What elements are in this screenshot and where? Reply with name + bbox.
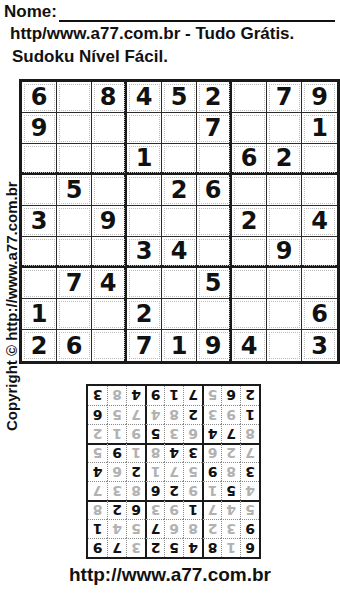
puzzle-cell-r9c5: 1 <box>162 330 197 361</box>
solution-cell-r4c4: 9 <box>183 481 202 500</box>
solution-cell-r3c8: 2 <box>107 500 126 519</box>
solution-cell-r5c1: 3 <box>240 462 259 481</box>
solution-cell-r5c8: 6 <box>107 462 126 481</box>
solution-cell-r9c5: 1 <box>164 386 183 405</box>
puzzle-cell-r9c6: 9 <box>197 330 232 361</box>
solution-cell-r1c2: 1 <box>221 538 240 557</box>
puzzle-cell-r7c2: 7 <box>57 268 92 299</box>
puzzle-cell-r6c9[interactable] <box>302 237 337 268</box>
solution-cell-r4c5: 2 <box>164 481 183 500</box>
solution-cell-r7c6: 5 <box>145 424 164 443</box>
solution-cell-r6c7: 1 <box>126 443 145 462</box>
solution-cell-r8c1: 1 <box>240 405 259 424</box>
puzzle-cell-r8c3[interactable] <box>92 299 127 330</box>
solution-cell-r9c1: 2 <box>240 386 259 405</box>
puzzle-cell-r9c3[interactable] <box>92 330 127 361</box>
solution-cell-r1c1: 6 <box>240 538 259 557</box>
solution-cell-r8c9: 6 <box>88 405 107 424</box>
puzzle-cell-r8c6[interactable] <box>197 299 232 330</box>
solution-cell-r3c2: 4 <box>221 500 240 519</box>
puzzle-cell-r5c8[interactable] <box>267 206 302 237</box>
puzzle-cell-r1c8: 7 <box>267 82 302 113</box>
puzzle-cell-r3c4: 1 <box>127 144 162 175</box>
solution-cell-r4c2: 5 <box>221 481 240 500</box>
solution-cell-r2c1: 9 <box>240 519 259 538</box>
puzzle-cell-r8c4: 2 <box>127 299 162 330</box>
solution-cell-r8c8: 5 <box>107 405 126 424</box>
puzzle-cell-r6c8: 9 <box>267 237 302 268</box>
solution-board: 6184523799328675415471936284519268373895… <box>86 384 261 559</box>
solution-cell-r8c3: 3 <box>202 405 221 424</box>
puzzle-cell-r7c5[interactable] <box>162 268 197 299</box>
puzzle-cell-r4c5: 2 <box>162 175 197 206</box>
solution-cell-r6c6: 8 <box>145 443 164 462</box>
solution-cell-r3c5: 9 <box>164 500 183 519</box>
solution-cell-r9c4: 7 <box>183 386 202 405</box>
site-tagline: http/www.a77.com.br - Tudo Grátis. <box>10 24 294 44</box>
puzzle-cell-r9c4: 7 <box>127 330 162 361</box>
page-title: Sudoku Nível Fácil. <box>12 47 168 67</box>
puzzle-cell-r9c7: 4 <box>232 330 267 361</box>
puzzle-cell-r8c2[interactable] <box>57 299 92 330</box>
puzzle-cell-r7c3: 4 <box>92 268 127 299</box>
solution-cell-r8c4: 2 <box>183 405 202 424</box>
puzzle-cell-r8c1: 1 <box>22 299 57 330</box>
puzzle-cell-r5c2[interactable] <box>57 206 92 237</box>
solution-cell-r7c1: 8 <box>240 424 259 443</box>
puzzle-cell-r8c7[interactable] <box>232 299 267 330</box>
solution-cell-r3c1: 5 <box>240 500 259 519</box>
solution-cell-r8c6: 4 <box>145 405 164 424</box>
puzzle-cell-r2c4[interactable] <box>127 113 162 144</box>
solution-cell-r7c2: 7 <box>221 424 240 443</box>
solution-cell-r2c2: 3 <box>221 519 240 538</box>
solution-cell-r9c7: 4 <box>126 386 145 405</box>
solution-cell-r5c5: 7 <box>164 462 183 481</box>
solution-cell-r3c4: 1 <box>183 500 202 519</box>
puzzle-cell-r7c8[interactable] <box>267 268 302 299</box>
puzzle-cell-r1c4: 4 <box>127 82 162 113</box>
puzzle-cell-r2c2[interactable] <box>57 113 92 144</box>
solution-cell-r5c7: 2 <box>126 462 145 481</box>
puzzle-cell-r6c5: 4 <box>162 237 197 268</box>
puzzle-cell-r1c7[interactable] <box>232 82 267 113</box>
solution-cell-r2c8: 4 <box>107 519 126 538</box>
solution-cell-r6c1: 7 <box>240 443 259 462</box>
solution-cell-r6c9: 5 <box>88 443 107 462</box>
puzzle-cell-r4c8[interactable] <box>267 175 302 206</box>
solution-cell-r2c9: 1 <box>88 519 107 538</box>
puzzle-cell-r9c8[interactable] <box>267 330 302 361</box>
solution-cell-r3c3: 7 <box>202 500 221 519</box>
puzzle-cell-r1c6: 2 <box>197 82 232 113</box>
puzzle-cell-r8c9: 6 <box>302 299 337 330</box>
solution-cell-r2c6: 7 <box>145 519 164 538</box>
puzzle-cell-r8c5[interactable] <box>162 299 197 330</box>
puzzle-cell-r6c2[interactable] <box>57 237 92 268</box>
puzzle-cell-r2c5[interactable] <box>162 113 197 144</box>
puzzle-cell-r6c3[interactable] <box>92 237 127 268</box>
sudoku-sheet: Nome: http/www.a77.com.br - Tudo Grátis.… <box>0 0 340 596</box>
puzzle-cell-r7c4[interactable] <box>127 268 162 299</box>
puzzle-cell-r3c5[interactable] <box>162 144 197 175</box>
puzzle-cell-r4c2: 5 <box>57 175 92 206</box>
solution-cell-r7c3: 4 <box>202 424 221 443</box>
puzzle-cell-r9c1: 2 <box>22 330 57 361</box>
puzzle-cell-r6c4: 3 <box>127 237 162 268</box>
puzzle-board: 684527997116252639243497451262671943 <box>19 79 340 364</box>
solution-cell-r5c3: 9 <box>202 462 221 481</box>
puzzle-cell-r3c3[interactable] <box>92 144 127 175</box>
puzzle-cell-r4c9[interactable] <box>302 175 337 206</box>
solution-cell-r7c9: 2 <box>88 424 107 443</box>
puzzle-cell-r2c3[interactable] <box>92 113 127 144</box>
puzzle-cell-r4c6: 6 <box>197 175 232 206</box>
puzzle-cell-r7c1[interactable] <box>22 268 57 299</box>
solution-cell-r8c7: 7 <box>126 405 145 424</box>
puzzle-cell-r4c7[interactable] <box>232 175 267 206</box>
solution-cell-r1c9: 9 <box>88 538 107 557</box>
puzzle-cell-r2c6: 7 <box>197 113 232 144</box>
puzzle-cell-r7c9[interactable] <box>302 268 337 299</box>
solution-cell-r3c9: 8 <box>88 500 107 519</box>
puzzle-cell-r5c4[interactable] <box>127 206 162 237</box>
solution-cell-r4c7: 8 <box>126 481 145 500</box>
solution-cell-r7c7: 9 <box>126 424 145 443</box>
solution-cell-r7c4: 6 <box>183 424 202 443</box>
puzzle-cell-r5c7: 2 <box>232 206 267 237</box>
solution-cell-r5c6: 1 <box>145 462 164 481</box>
solution-cell-r1c3: 8 <box>202 538 221 557</box>
solution-cell-r3c7: 6 <box>126 500 145 519</box>
solution-cell-r4c1: 4 <box>240 481 259 500</box>
puzzle-cell-r1c9: 9 <box>302 82 337 113</box>
solution-cell-r7c5: 3 <box>164 424 183 443</box>
solution-cell-r1c6: 2 <box>145 538 164 557</box>
solution-cell-r4c3: 1 <box>202 481 221 500</box>
footer-url: http://www.a77.com.br <box>0 564 340 586</box>
puzzle-cell-r5c1: 3 <box>22 206 57 237</box>
puzzle-cell-r6c6[interactable] <box>197 237 232 268</box>
solution-cell-r5c9: 4 <box>88 462 107 481</box>
solution-cell-r9c9: 3 <box>88 386 107 405</box>
puzzle-cell-r4c4[interactable] <box>127 175 162 206</box>
puzzle-cell-r2c9: 1 <box>302 113 337 144</box>
solution-cell-r3c6: 3 <box>145 500 164 519</box>
puzzle-cell-r7c6: 5 <box>197 268 232 299</box>
puzzle-cell-r6c1[interactable] <box>22 237 57 268</box>
solution-cell-r6c3: 6 <box>202 443 221 462</box>
solution-cell-r2c4: 8 <box>183 519 202 538</box>
puzzle-cell-r3c8: 2 <box>267 144 302 175</box>
puzzle-cell-r1c1: 6 <box>22 82 57 113</box>
solution-cell-r6c5: 4 <box>164 443 183 462</box>
puzzle-cell-r9c2: 6 <box>57 330 92 361</box>
solution-cell-r1c5: 5 <box>164 538 183 557</box>
solution-cell-r9c2: 6 <box>221 386 240 405</box>
puzzle-cell-r1c5: 5 <box>162 82 197 113</box>
solution-cell-r4c8: 3 <box>107 481 126 500</box>
solution-cell-r2c5: 6 <box>164 519 183 538</box>
puzzle-cell-r5c3: 9 <box>92 206 127 237</box>
puzzle-cell-r3c7: 6 <box>232 144 267 175</box>
puzzle-cell-r6c7[interactable] <box>232 237 267 268</box>
puzzle-cell-r4c3[interactable] <box>92 175 127 206</box>
solution-cell-r8c2: 9 <box>221 405 240 424</box>
solution-cell-r2c3: 2 <box>202 519 221 538</box>
solution-cell-r8c5: 8 <box>164 405 183 424</box>
puzzle-cell-r8c8[interactable] <box>267 299 302 330</box>
puzzle-cell-r5c6[interactable] <box>197 206 232 237</box>
puzzle-cell-r2c7[interactable] <box>232 113 267 144</box>
name-row: Nome: <box>4 2 335 22</box>
puzzle-cell-r9c9: 3 <box>302 330 337 361</box>
solution-cell-r9c3: 5 <box>202 386 221 405</box>
solution-cell-r4c6: 6 <box>145 481 164 500</box>
solution-cell-r6c8: 9 <box>107 443 126 462</box>
solution-cell-r1c4: 4 <box>183 538 202 557</box>
solution-cell-r6c2: 2 <box>221 443 240 462</box>
puzzle-cell-r3c6[interactable] <box>197 144 232 175</box>
puzzle-cell-r1c2[interactable] <box>57 82 92 113</box>
solution-cell-r4c9: 7 <box>88 481 107 500</box>
solution-cell-r1c7: 3 <box>126 538 145 557</box>
name-blank-line <box>59 5 335 22</box>
puzzle-cell-r3c1[interactable] <box>22 144 57 175</box>
solution-cell-r1c8: 7 <box>107 538 126 557</box>
solution-cell-r6c4: 3 <box>183 443 202 462</box>
name-label: Nome: <box>4 2 57 22</box>
solution-cell-r7c8: 1 <box>107 424 126 443</box>
puzzle-cell-r1c3: 8 <box>92 82 127 113</box>
solution-cell-r5c4: 5 <box>183 462 202 481</box>
puzzle-cell-r2c1: 9 <box>22 113 57 144</box>
puzzle-cell-r5c5[interactable] <box>162 206 197 237</box>
copyright-vertical-text: Copyright © http://www.a77.com.br <box>3 181 20 431</box>
puzzle-cell-r2c8[interactable] <box>267 113 302 144</box>
puzzle-cell-r3c2[interactable] <box>57 144 92 175</box>
solution-cell-r5c2: 8 <box>221 462 240 481</box>
solution-cell-r2c7: 5 <box>126 519 145 538</box>
solution-cell-r9c6: 9 <box>145 386 164 405</box>
puzzle-cell-r7c7[interactable] <box>232 268 267 299</box>
puzzle-cell-r3c9[interactable] <box>302 144 337 175</box>
puzzle-cell-r4c1[interactable] <box>22 175 57 206</box>
solution-cell-r9c8: 8 <box>107 386 126 405</box>
puzzle-cell-r5c9: 4 <box>302 206 337 237</box>
